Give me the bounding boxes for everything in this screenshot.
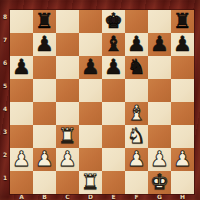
square-g5[interactable] [148, 79, 171, 102]
square-f8[interactable] [125, 10, 148, 33]
square-f5[interactable] [125, 79, 148, 102]
rank-label-1: 1 [0, 171, 10, 194]
square-h6[interactable] [171, 56, 194, 79]
white-king-g1[interactable]: ♚ [148, 171, 171, 194]
square-c7[interactable] [56, 33, 79, 56]
square-d8[interactable] [79, 10, 102, 33]
square-b5[interactable] [33, 79, 56, 102]
square-c5[interactable] [56, 79, 79, 102]
rank-label-3: 3 [0, 125, 10, 148]
white-pawn-f2[interactable]: ♟ [125, 148, 148, 171]
square-b4[interactable] [33, 102, 56, 125]
square-h7[interactable]: ♟ [171, 33, 194, 56]
square-h2[interactable]: ♟ [171, 148, 194, 171]
square-g1[interactable]: ♚ [148, 171, 171, 194]
square-f2[interactable]: ♟ [125, 148, 148, 171]
rank-labels: 87654321 [0, 10, 10, 194]
white-pawn-g2[interactable]: ♟ [148, 148, 171, 171]
square-b1[interactable] [33, 171, 56, 194]
square-h4[interactable] [171, 102, 194, 125]
square-b8[interactable]: ♜ [33, 10, 56, 33]
chess-board: ♜♚♜♟♝♟♟♟♟♟♟♞♝♜♞♟♟♟♟♟♟♜♚ [10, 10, 194, 194]
square-c1[interactable] [56, 171, 79, 194]
rank-label-4: 4 [0, 102, 10, 125]
rank-label-5: 5 [0, 79, 10, 102]
white-knight-f3[interactable]: ♞ [125, 125, 148, 148]
rank-label-6: 6 [0, 56, 10, 79]
square-d6[interactable]: ♟ [79, 56, 102, 79]
square-b7[interactable]: ♟ [33, 33, 56, 56]
square-e4[interactable] [102, 102, 125, 125]
white-rook-d1[interactable]: ♜ [79, 171, 102, 194]
square-e3[interactable] [102, 125, 125, 148]
square-a1[interactable] [10, 171, 33, 194]
square-g7[interactable]: ♟ [148, 33, 171, 56]
black-knight-f6[interactable]: ♞ [125, 56, 148, 79]
white-pawn-a2[interactable]: ♟ [10, 148, 33, 171]
square-c4[interactable] [56, 102, 79, 125]
square-h8[interactable]: ♜ [171, 10, 194, 33]
square-f6[interactable]: ♞ [125, 56, 148, 79]
white-pawn-b2[interactable]: ♟ [33, 148, 56, 171]
black-pawn-b7[interactable]: ♟ [33, 33, 56, 56]
square-a5[interactable] [10, 79, 33, 102]
square-e5[interactable] [102, 79, 125, 102]
square-f4[interactable]: ♝ [125, 102, 148, 125]
square-a6[interactable]: ♟ [10, 56, 33, 79]
rank-label-7: 7 [0, 33, 10, 56]
black-rook-h8[interactable]: ♜ [171, 10, 194, 33]
square-c6[interactable] [56, 56, 79, 79]
square-a2[interactable]: ♟ [10, 148, 33, 171]
rank-label-8: 8 [0, 10, 10, 33]
square-a7[interactable] [10, 33, 33, 56]
square-a4[interactable] [10, 102, 33, 125]
square-d3[interactable] [79, 125, 102, 148]
square-c2[interactable]: ♟ [56, 148, 79, 171]
square-h3[interactable] [171, 125, 194, 148]
black-pawn-g7[interactable]: ♟ [148, 33, 171, 56]
square-d7[interactable] [79, 33, 102, 56]
square-c8[interactable] [56, 10, 79, 33]
square-b6[interactable] [33, 56, 56, 79]
white-bishop-f4[interactable]: ♝ [125, 102, 148, 125]
chess-board-frame: 87654321 ABCDEFGH ♜♚♜♟♝♟♟♟♟♟♟♞♝♜♞♟♟♟♟♟♟♜… [0, 0, 200, 200]
black-bishop-e7[interactable]: ♝ [102, 33, 125, 56]
square-f3[interactable]: ♞ [125, 125, 148, 148]
square-b2[interactable]: ♟ [33, 148, 56, 171]
square-c3[interactable]: ♜ [56, 125, 79, 148]
square-e6[interactable]: ♟ [102, 56, 125, 79]
square-e7[interactable]: ♝ [102, 33, 125, 56]
square-g8[interactable] [148, 10, 171, 33]
square-f1[interactable] [125, 171, 148, 194]
square-e2[interactable] [102, 148, 125, 171]
black-pawn-f7[interactable]: ♟ [125, 33, 148, 56]
square-d1[interactable]: ♜ [79, 171, 102, 194]
square-h5[interactable] [171, 79, 194, 102]
square-a8[interactable] [10, 10, 33, 33]
white-rook-c3[interactable]: ♜ [56, 125, 79, 148]
square-b3[interactable] [33, 125, 56, 148]
black-pawn-a6[interactable]: ♟ [10, 56, 33, 79]
square-e8[interactable]: ♚ [102, 10, 125, 33]
square-d4[interactable] [79, 102, 102, 125]
black-pawn-e6[interactable]: ♟ [102, 56, 125, 79]
square-g2[interactable]: ♟ [148, 148, 171, 171]
square-a3[interactable] [10, 125, 33, 148]
black-pawn-d6[interactable]: ♟ [79, 56, 102, 79]
square-e1[interactable] [102, 171, 125, 194]
square-d2[interactable] [79, 148, 102, 171]
square-d5[interactable] [79, 79, 102, 102]
square-f7[interactable]: ♟ [125, 33, 148, 56]
square-g6[interactable] [148, 56, 171, 79]
rank-label-2: 2 [0, 148, 10, 171]
square-h1[interactable] [171, 171, 194, 194]
black-pawn-h7[interactable]: ♟ [171, 33, 194, 56]
square-g3[interactable] [148, 125, 171, 148]
white-pawn-c2[interactable]: ♟ [56, 148, 79, 171]
square-g4[interactable] [148, 102, 171, 125]
black-rook-b8[interactable]: ♜ [33, 10, 56, 33]
white-pawn-h2[interactable]: ♟ [171, 148, 194, 171]
black-king-e8[interactable]: ♚ [102, 10, 125, 33]
